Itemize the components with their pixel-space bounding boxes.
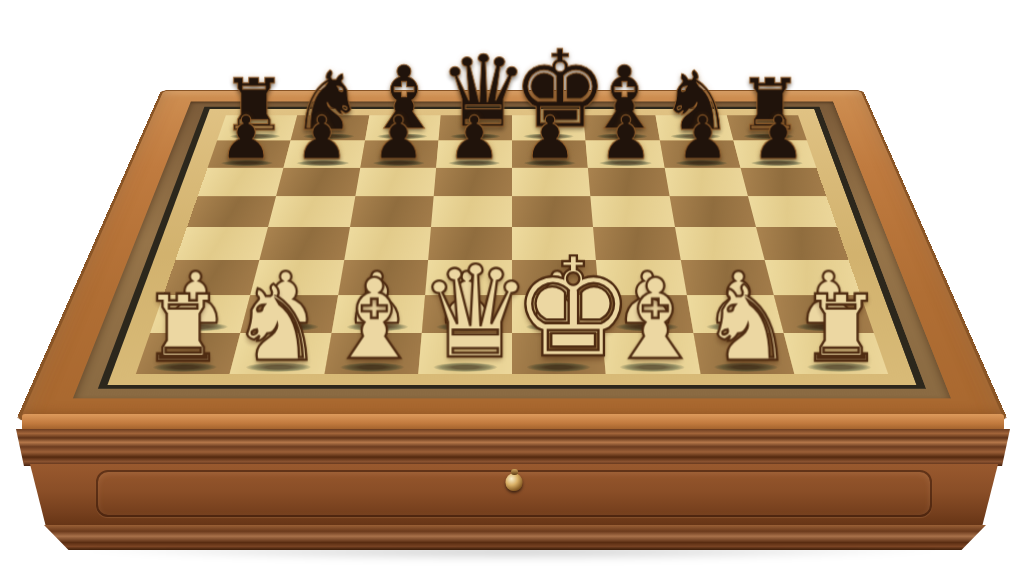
square-h7[interactable]: ♟	[733, 141, 816, 168]
piece-black-pawn[interactable]: ♟	[512, 110, 588, 167]
chessboard: ♜♞♝♛♚♝♞♜♟♟♟♟♟♟♟♟♟♟♟♟♟♟♟♟♜♞♝♛♚♝♞♜	[16, 90, 1009, 421]
piece-black-pawn[interactable]: ♟	[360, 110, 436, 167]
piece-white-bishop[interactable]: ♝	[606, 268, 700, 373]
square-f1[interactable]: ♝	[602, 333, 700, 374]
square-g6[interactable]	[664, 168, 748, 197]
piece-black-pawn[interactable]: ♟	[284, 110, 360, 167]
square-b1[interactable]: ♞	[230, 333, 331, 374]
piece-white-queen[interactable]: ♛	[418, 252, 512, 373]
board-grid: ♜♞♝♛♚♝♞♜♟♟♟♟♟♟♟♟♟♟♟♟♟♟♟♟♜♞♝♛♚♝♞♜	[136, 115, 888, 374]
piece-white-rook[interactable]: ♜	[136, 285, 230, 373]
square-a1[interactable]: ♜	[136, 333, 241, 374]
square-c6[interactable]	[355, 168, 436, 197]
square-f7[interactable]: ♟	[586, 141, 664, 168]
drawer-knob[interactable]	[506, 473, 523, 491]
square-f5[interactable]	[591, 196, 675, 227]
case-base-molding	[44, 525, 986, 550]
square-d1[interactable]: ♛	[418, 333, 512, 374]
square-a4[interactable]	[176, 227, 269, 260]
photo-canvas: ♜♞♝♛♚♝♞♜♟♟♟♟♟♟♟♟♟♟♟♟♟♟♟♟♜♞♝♛♚♝♞♜	[0, 0, 1024, 585]
piece-black-pawn[interactable]: ♟	[588, 110, 664, 167]
square-g7[interactable]: ♟	[659, 141, 740, 168]
square-a7[interactable]: ♟	[208, 141, 291, 168]
square-a6[interactable]	[198, 168, 284, 197]
square-h6[interactable]	[740, 168, 826, 197]
square-e6[interactable]	[512, 168, 591, 197]
square-c1[interactable]: ♝	[324, 333, 422, 374]
square-g1[interactable]: ♞	[693, 333, 794, 374]
piece-white-bishop[interactable]: ♝	[324, 268, 418, 373]
board-front-edge	[22, 414, 1004, 431]
piece-black-pawn[interactable]: ♟	[664, 110, 740, 167]
square-d5[interactable]	[431, 196, 512, 227]
square-d6[interactable]	[433, 168, 512, 197]
square-h1[interactable]: ♜	[783, 333, 888, 374]
square-b7[interactable]: ♟	[284, 141, 365, 168]
square-h5[interactable]	[748, 196, 837, 227]
square-b5[interactable]	[268, 196, 355, 227]
square-d7[interactable]: ♟	[436, 141, 512, 168]
square-e7[interactable]: ♟	[512, 141, 588, 168]
square-e5[interactable]	[512, 196, 593, 227]
piece-white-knight[interactable]: ♞	[700, 274, 794, 373]
square-c7[interactable]: ♟	[360, 141, 438, 168]
square-a5[interactable]	[187, 196, 276, 227]
drop-shadow	[70, 548, 954, 562]
square-g5[interactable]	[669, 196, 756, 227]
square-h4[interactable]	[756, 227, 849, 260]
case-front	[30, 464, 998, 525]
case-top-molding	[16, 429, 1010, 466]
piece-white-rook[interactable]: ♜	[794, 285, 888, 373]
square-f6[interactable]	[588, 168, 669, 197]
piece-black-pawn[interactable]: ♟	[208, 110, 284, 167]
square-c5[interactable]	[350, 196, 434, 227]
piece-white-knight[interactable]: ♞	[230, 274, 324, 373]
square-b6[interactable]	[276, 168, 360, 197]
piece-black-pawn[interactable]: ♟	[740, 110, 816, 167]
piece-black-pawn[interactable]: ♟	[436, 110, 512, 167]
